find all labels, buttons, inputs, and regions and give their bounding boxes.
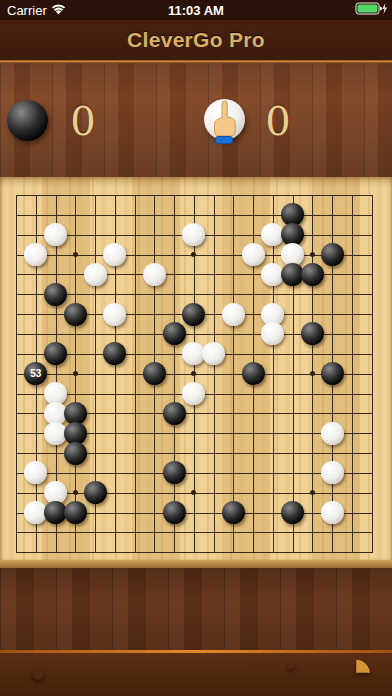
pass-hand-icon[interactable] bbox=[145, 656, 183, 694]
white-stone bbox=[222, 303, 245, 326]
black-player-stone bbox=[7, 100, 48, 141]
grid-line bbox=[372, 195, 373, 553]
white-stone bbox=[321, 422, 344, 445]
star-point bbox=[191, 371, 196, 376]
grid-line bbox=[214, 195, 215, 553]
white-stone bbox=[242, 243, 265, 266]
key-icon[interactable] bbox=[272, 656, 310, 694]
app-title: CleverGo Pro bbox=[127, 28, 265, 52]
confirm-check-icon[interactable] bbox=[82, 656, 120, 694]
black-stone bbox=[84, 481, 107, 504]
pointing-hand-icon bbox=[207, 100, 241, 148]
black-stone bbox=[163, 501, 186, 524]
black-stone bbox=[321, 362, 344, 385]
white-stone bbox=[321, 461, 344, 484]
last-move-number: 53 bbox=[30, 369, 41, 379]
white-stone bbox=[24, 461, 47, 484]
white-stone bbox=[84, 263, 107, 286]
star-point bbox=[191, 252, 196, 257]
star-point bbox=[73, 490, 78, 495]
black-stone bbox=[64, 303, 87, 326]
go-board[interactable]: 53 bbox=[0, 177, 392, 560]
black-stone bbox=[64, 442, 87, 465]
black-stone bbox=[301, 322, 324, 345]
app-screen: Carrier 11:03 AM CleverGo bbox=[0, 0, 392, 696]
grid-line bbox=[233, 195, 234, 553]
star-point bbox=[73, 252, 78, 257]
white-stone bbox=[182, 382, 205, 405]
battery-charging-icon bbox=[355, 2, 388, 18]
black-stone bbox=[163, 402, 186, 425]
black-stone bbox=[64, 501, 87, 524]
black-stone bbox=[242, 362, 265, 385]
title-bar: CleverGo Pro bbox=[0, 20, 392, 60]
grid-line bbox=[273, 195, 274, 553]
black-stone bbox=[103, 342, 126, 365]
undo-arrow-icon[interactable] bbox=[209, 656, 247, 694]
white-stone bbox=[103, 303, 126, 326]
score-pie-icon[interactable] bbox=[335, 656, 373, 694]
black-stone bbox=[44, 342, 67, 365]
grid-line bbox=[16, 532, 373, 533]
grid-line bbox=[16, 552, 373, 553]
white-stone bbox=[143, 263, 166, 286]
status-bar: Carrier 11:03 AM bbox=[0, 0, 392, 20]
star-point bbox=[310, 490, 315, 495]
black-captures-count: 0 bbox=[61, 94, 105, 148]
black-stone bbox=[143, 362, 166, 385]
black-stone bbox=[44, 283, 67, 306]
black-stone: 53 bbox=[24, 362, 47, 385]
status-time: 11:03 AM bbox=[0, 3, 392, 18]
white-stone bbox=[24, 243, 47, 266]
score-panel: 0 0 bbox=[0, 63, 392, 177]
black-stone bbox=[321, 243, 344, 266]
black-stone bbox=[182, 303, 205, 326]
white-stone bbox=[261, 322, 284, 345]
white-captures-count: 0 bbox=[256, 94, 300, 148]
lower-wood-band bbox=[0, 568, 392, 650]
board-edge bbox=[0, 560, 392, 568]
white-stone bbox=[103, 243, 126, 266]
star-point bbox=[310, 252, 315, 257]
white-stone bbox=[321, 501, 344, 524]
black-stone bbox=[163, 461, 186, 484]
toolbar bbox=[0, 653, 392, 696]
grid-line bbox=[352, 195, 353, 553]
white-stone bbox=[202, 342, 225, 365]
settings-gear-icon[interactable] bbox=[19, 656, 57, 694]
star-point bbox=[310, 371, 315, 376]
black-stone bbox=[163, 322, 186, 345]
white-stone bbox=[182, 223, 205, 246]
black-stone bbox=[281, 501, 304, 524]
star-point bbox=[73, 371, 78, 376]
star-point bbox=[191, 490, 196, 495]
black-stone bbox=[222, 501, 245, 524]
black-stone bbox=[301, 263, 324, 286]
grid-line bbox=[16, 473, 373, 474]
white-stone bbox=[44, 223, 67, 246]
